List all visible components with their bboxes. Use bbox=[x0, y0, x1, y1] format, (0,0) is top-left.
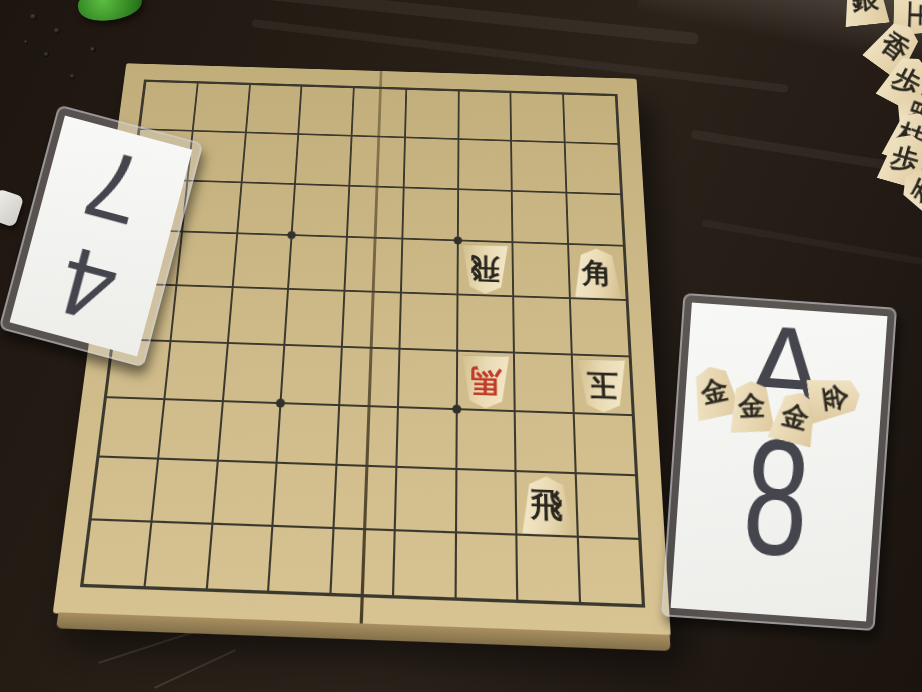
board-cell[interactable] bbox=[273, 463, 337, 528]
board-cell[interactable] bbox=[144, 522, 212, 590]
board-cell[interactable] bbox=[176, 232, 237, 287]
hoshi-dot bbox=[452, 404, 461, 413]
board-cell[interactable] bbox=[458, 91, 511, 141]
board-cell[interactable] bbox=[295, 134, 351, 185]
board-cell[interactable]: 馬 bbox=[456, 351, 515, 411]
board-cell[interactable]: 飛 bbox=[457, 241, 513, 297]
board-cell[interactable] bbox=[352, 87, 406, 137]
stain-droplet bbox=[30, 14, 37, 20]
board-cell[interactable] bbox=[511, 140, 566, 192]
card-digit: 4 bbox=[50, 232, 126, 339]
scene: 飛角馬玉飛 4 7 A 8 金金金金 銀王香歩銀桂歩香 bbox=[0, 0, 922, 692]
board-cell[interactable] bbox=[212, 461, 277, 526]
board-cell[interactable] bbox=[237, 182, 295, 235]
board-cell[interactable] bbox=[158, 399, 223, 461]
board-cell[interactable] bbox=[331, 528, 395, 596]
board-cell[interactable] bbox=[193, 83, 250, 133]
board-cell[interactable] bbox=[457, 295, 515, 353]
board-cell[interactable] bbox=[206, 524, 272, 592]
board-cell[interactable] bbox=[574, 413, 636, 476]
piece-rook-sente[interactable]: 飛 bbox=[521, 476, 574, 535]
light-streak bbox=[701, 219, 922, 268]
board-cell[interactable] bbox=[281, 345, 342, 405]
right-card-paper: A 8 金金金金 bbox=[671, 303, 888, 622]
board-cell[interactable] bbox=[563, 94, 618, 144]
board-cell[interactable] bbox=[347, 185, 404, 239]
piece-bishop-sente[interactable]: 角 bbox=[573, 248, 623, 299]
light-streak bbox=[181, 0, 699, 45]
stain-droplet bbox=[54, 28, 60, 34]
board-cell[interactable] bbox=[342, 291, 401, 349]
board-cell[interactable] bbox=[164, 341, 227, 401]
board-cell[interactable] bbox=[565, 142, 621, 194]
board-cell[interactable]: 角 bbox=[568, 244, 626, 300]
stain-droplet bbox=[90, 47, 96, 52]
board-cell[interactable] bbox=[91, 457, 158, 522]
board-cell[interactable] bbox=[82, 520, 151, 588]
board-cell[interactable] bbox=[455, 533, 517, 601]
stain-droplet bbox=[70, 74, 75, 79]
board-cell[interactable] bbox=[349, 136, 404, 188]
stain-droplet bbox=[44, 52, 49, 57]
board-cell[interactable] bbox=[576, 474, 639, 540]
board-cell[interactable] bbox=[334, 465, 397, 530]
board-cell[interactable] bbox=[458, 139, 512, 191]
board-cell[interactable] bbox=[570, 298, 630, 356]
board-cell[interactable] bbox=[399, 293, 457, 351]
board-cell[interactable] bbox=[511, 92, 565, 142]
board-cell[interactable] bbox=[398, 349, 457, 409]
board-cell[interactable] bbox=[170, 285, 232, 343]
piece-king-gote[interactable]: 玉 bbox=[576, 358, 628, 413]
board-cell[interactable] bbox=[151, 459, 217, 524]
board-cell[interactable] bbox=[514, 352, 574, 412]
board-cell[interactable] bbox=[456, 409, 516, 472]
board-cell[interactable] bbox=[404, 137, 459, 189]
board-cell[interactable] bbox=[396, 407, 456, 470]
board-cell[interactable] bbox=[277, 403, 339, 465]
board-cell[interactable] bbox=[512, 191, 568, 245]
piece-promoted-bishop-gote[interactable]: 馬 bbox=[461, 354, 511, 409]
piece-rook-gote[interactable]: 飛 bbox=[461, 244, 509, 295]
table-scratch bbox=[154, 649, 236, 689]
board-cell[interactable] bbox=[458, 189, 513, 243]
right-notation-card: A 8 金金金金 bbox=[661, 293, 897, 631]
board-cell[interactable] bbox=[456, 469, 517, 534]
board-cell[interactable] bbox=[98, 397, 164, 459]
board-cell[interactable] bbox=[246, 84, 302, 134]
board-cell[interactable] bbox=[514, 296, 572, 354]
board-cell[interactable] bbox=[268, 526, 333, 594]
board-cell[interactable] bbox=[140, 81, 198, 130]
board-cell[interactable] bbox=[393, 530, 456, 598]
board-cell[interactable] bbox=[405, 89, 459, 139]
board-cell[interactable] bbox=[288, 235, 347, 291]
board-cell[interactable] bbox=[517, 535, 580, 603]
board-cell[interactable] bbox=[241, 132, 298, 183]
board-cell[interactable] bbox=[402, 187, 458, 241]
spare-piece[interactable]: 銀 bbox=[839, 0, 890, 27]
green-cloth bbox=[76, 0, 144, 24]
board-cell[interactable] bbox=[285, 289, 345, 347]
board-cell[interactable] bbox=[217, 401, 281, 463]
board-cell[interactable] bbox=[227, 287, 288, 345]
white-object bbox=[0, 188, 24, 227]
board-cell[interactable] bbox=[232, 234, 292, 289]
board-cell[interactable]: 玉 bbox=[572, 354, 633, 414]
board-cell[interactable] bbox=[339, 347, 399, 407]
board-cell[interactable] bbox=[337, 405, 398, 468]
board-cell[interactable] bbox=[299, 86, 354, 136]
board-cell[interactable] bbox=[395, 467, 456, 532]
hoshi-dot bbox=[453, 237, 462, 245]
board-cell[interactable] bbox=[515, 411, 576, 474]
board-cell[interactable] bbox=[578, 537, 643, 605]
board-cell[interactable] bbox=[513, 242, 570, 298]
board-cell[interactable] bbox=[292, 184, 350, 237]
board-cell[interactable] bbox=[567, 192, 624, 246]
card-digit: 7 bbox=[76, 134, 152, 241]
board-cell[interactable] bbox=[401, 239, 458, 295]
board-cell[interactable]: 飛 bbox=[516, 472, 578, 537]
board-cell[interactable] bbox=[222, 343, 284, 403]
board-cell[interactable] bbox=[345, 237, 403, 293]
stain-droplet bbox=[24, 40, 28, 44]
